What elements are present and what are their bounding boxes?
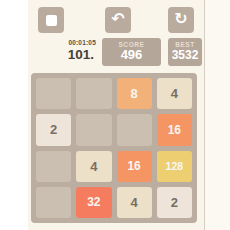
undo-button[interactable]: ↶ bbox=[105, 7, 131, 33]
tile-4: 4 bbox=[117, 187, 152, 218]
tile-128: 128 bbox=[157, 151, 192, 182]
tile-2: 2 bbox=[36, 114, 71, 145]
tile-8: 8 bbox=[117, 78, 152, 109]
empty-cell bbox=[36, 78, 71, 109]
elapsed-time: 00:01:05 bbox=[68, 39, 96, 46]
best-box: BEST 3532 bbox=[168, 38, 202, 66]
restart-icon: ↻ bbox=[174, 11, 187, 27]
empty-cell bbox=[36, 151, 71, 182]
tile-4: 4 bbox=[76, 151, 111, 182]
best-value: 3532 bbox=[172, 49, 199, 62]
score-value: 496 bbox=[121, 48, 143, 62]
stop-icon bbox=[46, 15, 57, 26]
move-counter: 101. bbox=[68, 47, 96, 62]
board[interactable]: 842164161283242 bbox=[31, 73, 197, 223]
tile-16: 16 bbox=[117, 151, 152, 182]
tile-4: 4 bbox=[157, 78, 192, 109]
timer-block: 00:01:05 101. bbox=[36, 39, 96, 62]
tile-16: 16 bbox=[157, 114, 192, 145]
best-label: BEST bbox=[175, 41, 195, 48]
reset-button[interactable]: ↻ bbox=[168, 7, 194, 33]
empty-cell bbox=[36, 187, 71, 218]
app-edge-divider bbox=[204, 0, 205, 230]
tile-2: 2 bbox=[157, 187, 192, 218]
tile-32: 32 bbox=[76, 187, 111, 218]
right-margin bbox=[205, 0, 230, 230]
empty-cell bbox=[117, 114, 152, 145]
stop-button[interactable] bbox=[38, 7, 64, 33]
score-box: SCORE 496 bbox=[102, 38, 161, 66]
empty-cell bbox=[76, 78, 111, 109]
undo-icon: ↶ bbox=[111, 11, 124, 27]
empty-cell bbox=[76, 114, 111, 145]
